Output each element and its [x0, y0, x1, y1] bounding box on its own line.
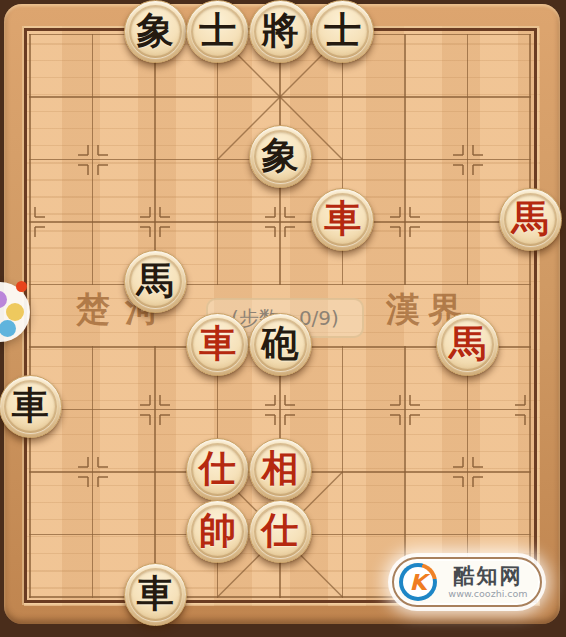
piece-black-elephant[interactable]: 象: [249, 125, 312, 188]
piece-red-chariot[interactable]: 車: [186, 313, 249, 376]
piece-black-cannon[interactable]: 砲: [249, 313, 312, 376]
piece-glyph: 士: [324, 12, 361, 49]
notification-dot: [16, 281, 27, 292]
piece-black-advisor[interactable]: 士: [311, 0, 374, 63]
piece-glyph: 象: [262, 137, 299, 174]
piece-red-general[interactable]: 帥: [186, 500, 249, 563]
coozhi-logo-icon: K: [399, 563, 437, 601]
piece-red-chariot[interactable]: 車: [311, 188, 374, 251]
piece-glyph: 車: [137, 575, 174, 612]
piece-glyph: 象: [137, 12, 174, 49]
piece-glyph: 砲: [262, 325, 299, 362]
piece-black-advisor[interactable]: 士: [186, 0, 249, 63]
piece-glyph: 相: [262, 450, 299, 487]
coozhi-logo-letter: K: [399, 563, 437, 601]
piece-glyph: 車: [199, 325, 236, 362]
piece-glyph: 馬: [512, 200, 549, 237]
piece-glyph: 馬: [137, 262, 174, 299]
piece-red-elephant[interactable]: 相: [249, 438, 312, 501]
piece-red-horse[interactable]: 馬: [436, 313, 499, 376]
piece-glyph: 仕: [262, 512, 299, 549]
piece-glyph: 仕: [199, 450, 236, 487]
piece-red-advisor[interactable]: 仕: [186, 438, 249, 501]
board-pieces-grid: 象士將士象車馬馬車砲馬車仕相帥仕車: [0, 3, 561, 628]
piece-glyph: 車: [12, 387, 49, 424]
piece-red-advisor[interactable]: 仕: [249, 500, 312, 563]
coozhi-watermark: K 酷知网 www.coozhi.com: [392, 557, 542, 607]
watermark-site-url: www.coozhi.com: [442, 589, 534, 599]
piece-red-horse[interactable]: 馬: [499, 188, 562, 251]
piece-glyph: 馬: [449, 325, 486, 362]
piece-glyph: 帥: [199, 512, 236, 549]
watermark-site-name: 酷知网: [442, 566, 534, 587]
piece-glyph: 將: [262, 12, 299, 49]
menu-ball-blue-dot-icon: [0, 320, 16, 337]
xiangqi-game-screen: 楚河 漢界 (步数：0/9) 象士將士象車馬馬車砲馬車仕相帥仕車 K 酷知网 w…: [0, 0, 566, 637]
menu-ball-yellow-dot-icon: [6, 303, 24, 321]
piece-black-elephant[interactable]: 象: [124, 0, 187, 63]
piece-black-chariot[interactable]: 車: [124, 563, 187, 626]
piece-black-horse[interactable]: 馬: [124, 250, 187, 313]
menu-ball-purple-dot-icon: [0, 291, 7, 308]
piece-black-chariot[interactable]: 車: [0, 375, 62, 438]
piece-black-general[interactable]: 將: [249, 0, 312, 63]
piece-glyph: 士: [199, 12, 236, 49]
piece-glyph: 車: [324, 200, 361, 237]
